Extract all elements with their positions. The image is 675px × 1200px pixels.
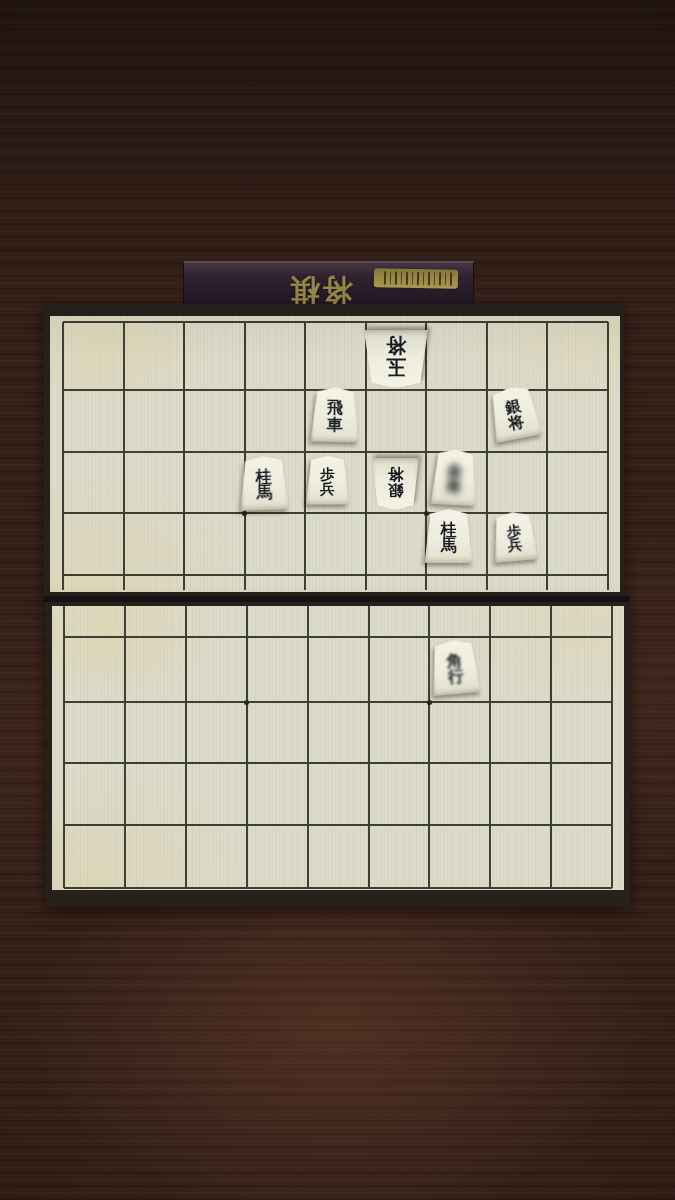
grid-line-vertical [489, 606, 491, 888]
koma-body: 銀将 [372, 458, 419, 510]
kanji-char: 将 [387, 466, 403, 482]
grid-line-horizontal [64, 824, 612, 826]
piece-2二-silver[interactable]: 銀将 [486, 383, 542, 443]
grid-line-vertical [611, 606, 613, 888]
piece-5三-pawn[interactable]: 歩兵 [306, 456, 349, 505]
koma-kanji: 歩兵 [506, 519, 523, 554]
koma-body: 金将 [431, 448, 479, 506]
koma-kanji: 飛車 [326, 395, 343, 432]
koma-body: 角行 [429, 638, 482, 696]
koma-kanji: 金将 [446, 458, 464, 495]
photo-shogi-scene: { "game": "shogi", "photo_description": … [0, 0, 675, 1200]
kanji-char: 将 [507, 414, 526, 433]
piece-2四-pawn[interactable]: 歩兵 [491, 510, 538, 563]
piece-3四-knight[interactable]: 桂馬 [425, 509, 473, 563]
hoshi-dot [244, 700, 249, 705]
grid-line-vertical [246, 606, 248, 888]
grid-line-horizontal [64, 762, 612, 764]
kanji-char: 将 [386, 336, 406, 356]
grid-line-vertical [183, 322, 185, 590]
grid-line-vertical [607, 322, 609, 590]
kanji-char: 車 [326, 416, 342, 433]
grid-line-vertical [307, 606, 309, 888]
piece-4三-silver[interactable]: 銀将 [372, 458, 419, 510]
board-lower-half [46, 600, 630, 906]
grid-line-vertical [123, 322, 125, 590]
koma-kanji: 桂馬 [441, 518, 457, 555]
grid-line-vertical [62, 322, 64, 590]
grid-line-vertical [124, 606, 126, 888]
kanji-char: 玉 [386, 356, 406, 376]
koma-body: 桂馬 [425, 509, 473, 563]
hoshi-dot [242, 511, 247, 516]
koma-body: 玉将 [364, 330, 428, 388]
board-fold-seam [44, 596, 630, 602]
grid-line-vertical [550, 606, 552, 888]
kanji-char: 馬 [256, 485, 273, 502]
grid-line-vertical [63, 606, 65, 888]
grid-line-horizontal [63, 321, 608, 323]
grid-line-horizontal [64, 701, 612, 703]
kanji-char: 将 [446, 479, 463, 496]
hoshi-dot [427, 700, 432, 705]
grid-line-vertical [546, 322, 548, 590]
koma-kanji: 銀将 [387, 466, 403, 503]
piece-3三-unknown[interactable]: 金将 [431, 448, 479, 506]
kanji-char: 兵 [507, 537, 523, 553]
koma-body: 桂馬 [239, 455, 289, 511]
kanji-char: 兵 [320, 482, 335, 497]
grid-line-vertical [486, 322, 488, 590]
piece-5二-rook[interactable]: 飛車 [310, 386, 359, 442]
grid-line-horizontal [64, 887, 612, 889]
grid-line-horizontal [63, 574, 608, 576]
kanji-char: 行 [447, 668, 464, 686]
koma-kanji: 銀将 [503, 393, 526, 432]
grid-line-horizontal [64, 636, 612, 638]
grid-line-horizontal [63, 451, 608, 453]
koma-kanji: 歩兵 [320, 463, 335, 496]
kanji-char: 飛 [326, 400, 342, 417]
piece-3六-bishop[interactable]: 角行 [429, 638, 482, 696]
koma-kanji: 桂馬 [255, 464, 272, 501]
koma-body: 歩兵 [491, 510, 538, 563]
piece-6三-knight[interactable]: 桂馬 [239, 455, 289, 511]
box-small-label [374, 268, 458, 288]
grid-line-vertical [368, 606, 370, 888]
koma-body: 歩兵 [306, 456, 349, 505]
piece-4一-king[interactable]: 玉将 [364, 330, 428, 388]
koma-kanji: 角行 [445, 648, 464, 686]
kanji-char: 銀 [387, 482, 403, 498]
kanji-char: 馬 [441, 538, 457, 554]
grid-line-vertical [185, 606, 187, 888]
koma-kanji: 玉将 [386, 336, 406, 383]
board-surface-lower [52, 606, 624, 890]
koma-body: 銀将 [486, 383, 542, 443]
koma-body: 飛車 [310, 386, 359, 442]
